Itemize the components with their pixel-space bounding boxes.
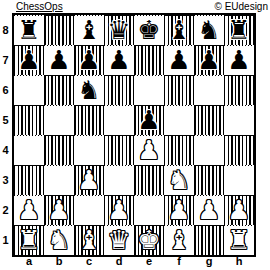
black-pawn: ♟ — [107, 45, 130, 75]
square-h3[interactable] — [224, 165, 254, 195]
file-label-e: e — [134, 255, 164, 268]
square-f7[interactable]: ♟ — [164, 45, 194, 75]
square-c1[interactable]: ♝ — [74, 225, 104, 255]
rank-label-2: 2 — [0, 195, 11, 225]
square-c4[interactable] — [74, 135, 104, 165]
white-pawn: ♟ — [17, 195, 40, 225]
white-bishop: ♝ — [77, 225, 100, 255]
square-e3[interactable] — [134, 165, 164, 195]
square-g7[interactable]: ♟ — [194, 45, 224, 75]
white-queen: ♛ — [107, 225, 130, 255]
credit-label: © EUdesign — [214, 0, 268, 13]
black-pawn: ♟ — [17, 45, 40, 75]
square-f6[interactable] — [164, 75, 194, 105]
square-e7[interactable] — [134, 45, 164, 75]
square-g1[interactable] — [194, 225, 224, 255]
white-rook: ♜ — [227, 225, 250, 255]
square-c2[interactable] — [74, 195, 104, 225]
file-label-g: g — [194, 255, 224, 268]
square-b8[interactable] — [44, 15, 74, 45]
black-bishop: ♝ — [167, 15, 190, 45]
rank-label-4: 4 — [0, 135, 11, 165]
rank-label-8: 8 — [0, 15, 11, 45]
square-a7[interactable]: ♟ — [14, 45, 44, 75]
square-g6[interactable] — [194, 75, 224, 105]
black-bishop: ♝ — [77, 15, 100, 45]
square-e2[interactable] — [134, 195, 164, 225]
square-g5[interactable] — [194, 105, 224, 135]
black-pawn: ♟ — [77, 45, 100, 75]
square-b3[interactable] — [44, 165, 74, 195]
black-pawn: ♟ — [197, 45, 220, 75]
square-b7[interactable]: ♟ — [44, 45, 74, 75]
square-f1[interactable]: ♝ — [164, 225, 194, 255]
square-a3[interactable] — [14, 165, 44, 195]
white-knight: ♞ — [167, 165, 190, 195]
black-pawn: ♟ — [137, 105, 160, 135]
square-e8[interactable]: ♚ — [134, 15, 164, 45]
square-b6[interactable] — [44, 75, 74, 105]
black-pawn: ♟ — [47, 45, 70, 75]
white-pawn: ♟ — [227, 195, 250, 225]
black-queen: ♛ — [107, 15, 130, 45]
square-a1[interactable]: ♜ — [14, 225, 44, 255]
square-d6[interactable] — [104, 75, 134, 105]
square-c5[interactable] — [74, 105, 104, 135]
square-a5[interactable] — [14, 105, 44, 135]
square-d8[interactable]: ♛ — [104, 15, 134, 45]
black-knight: ♞ — [197, 15, 220, 45]
square-b4[interactable] — [44, 135, 74, 165]
white-knight: ♞ — [47, 225, 70, 255]
square-e6[interactable] — [134, 75, 164, 105]
rank-label-5: 5 — [0, 105, 11, 135]
chess-board: ♜♝♛♚♝♞♜♟♟♟♟♟♟♟♞♟♟♟♞♟♟♟♟♟♟♜♞♝♛♚♝♜ — [12, 13, 256, 257]
square-h6[interactable] — [224, 75, 254, 105]
square-h5[interactable] — [224, 105, 254, 135]
white-pawn: ♟ — [47, 195, 70, 225]
file-label-h: h — [224, 255, 254, 268]
square-g3[interactable] — [194, 165, 224, 195]
white-pawn: ♟ — [107, 195, 130, 225]
square-h1[interactable]: ♜ — [224, 225, 254, 255]
square-b1[interactable]: ♞ — [44, 225, 74, 255]
black-king: ♚ — [137, 15, 160, 45]
square-c6[interactable]: ♞ — [74, 75, 104, 105]
square-e4[interactable]: ♟ — [134, 135, 164, 165]
file-label-a: a — [14, 255, 44, 268]
square-d1[interactable]: ♛ — [104, 225, 134, 255]
white-king: ♚ — [137, 225, 160, 255]
app-title[interactable]: ChessOps — [16, 0, 63, 13]
square-d7[interactable]: ♟ — [104, 45, 134, 75]
black-rook: ♜ — [227, 15, 250, 45]
square-h2[interactable]: ♟ — [224, 195, 254, 225]
file-label-f: f — [164, 255, 194, 268]
white-pawn: ♟ — [197, 195, 220, 225]
square-g2[interactable]: ♟ — [194, 195, 224, 225]
white-pawn: ♟ — [77, 165, 100, 195]
square-d5[interactable] — [104, 105, 134, 135]
square-f3[interactable]: ♞ — [164, 165, 194, 195]
square-e5[interactable]: ♟ — [134, 105, 164, 135]
square-a4[interactable] — [14, 135, 44, 165]
white-pawn: ♟ — [167, 195, 190, 225]
white-bishop: ♝ — [167, 225, 190, 255]
black-pawn: ♟ — [227, 45, 250, 75]
square-h4[interactable] — [224, 135, 254, 165]
square-e1[interactable]: ♚ — [134, 225, 164, 255]
square-a6[interactable] — [14, 75, 44, 105]
square-h7[interactable]: ♟ — [224, 45, 254, 75]
square-b2[interactable]: ♟ — [44, 195, 74, 225]
square-h8[interactable]: ♜ — [224, 15, 254, 45]
white-rook: ♜ — [17, 225, 40, 255]
rank-label-6: 6 — [0, 75, 11, 105]
square-f8[interactable]: ♝ — [164, 15, 194, 45]
rank-label-1: 1 — [0, 225, 11, 255]
file-label-d: d — [104, 255, 134, 268]
square-d4[interactable] — [104, 135, 134, 165]
square-a8[interactable]: ♜ — [14, 15, 44, 45]
file-label-b: b — [44, 255, 74, 268]
square-a2[interactable]: ♟ — [14, 195, 44, 225]
black-pawn: ♟ — [167, 45, 190, 75]
square-g8[interactable]: ♞ — [194, 15, 224, 45]
white-pawn: ♟ — [137, 135, 160, 165]
file-label-c: c — [74, 255, 104, 268]
square-f5[interactable] — [164, 105, 194, 135]
square-f2[interactable]: ♟ — [164, 195, 194, 225]
black-rook: ♜ — [17, 15, 40, 45]
rank-label-7: 7 — [0, 45, 11, 75]
black-knight: ♞ — [77, 75, 100, 105]
square-f4[interactable] — [164, 135, 194, 165]
square-g4[interactable] — [194, 135, 224, 165]
page: ChessOps © EUdesign ♜♝♛♚♝♞♜♟♟♟♟♟♟♟♞♟♟♟♞♟… — [0, 0, 270, 270]
square-c3[interactable]: ♟ — [74, 165, 104, 195]
rank-label-3: 3 — [0, 165, 11, 195]
square-d3[interactable] — [104, 165, 134, 195]
square-d2[interactable]: ♟ — [104, 195, 134, 225]
square-b5[interactable] — [44, 105, 74, 135]
square-c7[interactable]: ♟ — [74, 45, 104, 75]
square-c8[interactable]: ♝ — [74, 15, 104, 45]
